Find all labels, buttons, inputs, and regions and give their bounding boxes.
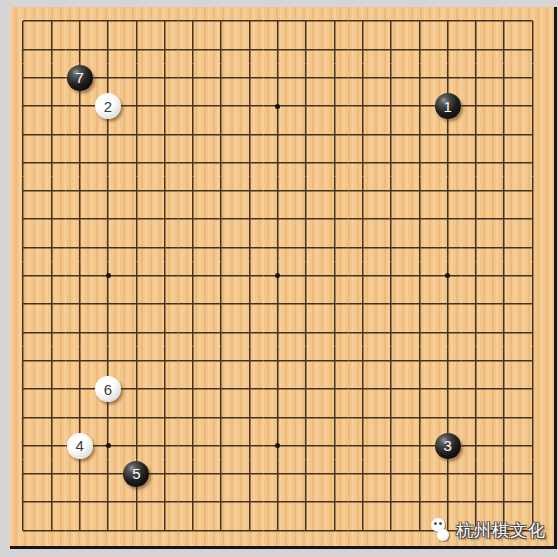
board-cell-11-9[interactable]: [292, 233, 320, 261]
board-cell-15-13[interactable]: [405, 347, 433, 375]
board-cell-9-8[interactable]: [235, 205, 263, 233]
board-cell-4-18[interactable]: [94, 488, 122, 516]
board-cell-17-8[interactable]: [462, 205, 490, 233]
board-cell-8-14[interactable]: [207, 375, 235, 403]
board-cell-11-4[interactable]: [292, 92, 320, 120]
board-cell-9-12[interactable]: [235, 318, 263, 346]
board-cell-5-13[interactable]: [122, 347, 150, 375]
board-cell-2-15[interactable]: [37, 403, 65, 431]
board-cell-7-8[interactable]: [179, 205, 207, 233]
board-cell-1-6[interactable]: [9, 148, 37, 176]
board-cell-13-9[interactable]: [349, 233, 377, 261]
board-cell-11-18[interactable]: [292, 488, 320, 516]
board-cell-7-19[interactable]: [179, 516, 207, 544]
board-cell-11-14[interactable]: [292, 375, 320, 403]
board-cell-6-18[interactable]: [150, 488, 178, 516]
board-cell-4-7[interactable]: [94, 177, 122, 205]
board-cell-6-14[interactable]: [150, 375, 178, 403]
board-cell-14-2[interactable]: [377, 35, 405, 63]
board-cell-3-4[interactable]: [66, 92, 94, 120]
board-cell-18-18[interactable]: [490, 488, 518, 516]
board-cell-2-3[interactable]: [37, 64, 65, 92]
board-cell-15-16[interactable]: [405, 431, 433, 459]
board-cell-5-15[interactable]: [122, 403, 150, 431]
board-cell-18-6[interactable]: [490, 148, 518, 176]
board-cell-16-18[interactable]: [433, 488, 461, 516]
board-cell-14-13[interactable]: [377, 347, 405, 375]
board-cell-18-15[interactable]: [490, 403, 518, 431]
board-cell-10-16[interactable]: [264, 431, 292, 459]
board-cell-17-14[interactable]: [462, 375, 490, 403]
board-cell-19-1[interactable]: [518, 7, 546, 35]
board-cell-12-9[interactable]: [320, 233, 348, 261]
board-cell-13-2[interactable]: [349, 35, 377, 63]
board-cell-4-13[interactable]: [94, 347, 122, 375]
board-cell-5-10[interactable]: [122, 262, 150, 290]
board-cell-8-4[interactable]: [207, 92, 235, 120]
board-cell-18-7[interactable]: [490, 177, 518, 205]
board-cell-11-15[interactable]: [292, 403, 320, 431]
board-cell-15-1[interactable]: [405, 7, 433, 35]
board-cell-12-14[interactable]: [320, 375, 348, 403]
board-cell-7-13[interactable]: [179, 347, 207, 375]
board-cell-4-16[interactable]: [94, 431, 122, 459]
board-cell-12-18[interactable]: [320, 488, 348, 516]
board-cell-2-9[interactable]: [37, 233, 65, 261]
board-cell-15-10[interactable]: [405, 262, 433, 290]
board-cell-15-8[interactable]: [405, 205, 433, 233]
board-cell-9-6[interactable]: [235, 148, 263, 176]
board-cell-4-3[interactable]: [94, 64, 122, 92]
board-cell-7-16[interactable]: [179, 431, 207, 459]
board-cell-6-9[interactable]: [150, 233, 178, 261]
board-cell-8-3[interactable]: [207, 64, 235, 92]
board-cell-1-3[interactable]: [9, 64, 37, 92]
board-cell-12-12[interactable]: [320, 318, 348, 346]
board-cell-12-2[interactable]: [320, 35, 348, 63]
board-cell-10-7[interactable]: [264, 177, 292, 205]
board-cell-2-11[interactable]: [37, 290, 65, 318]
board-cell-3-7[interactable]: [66, 177, 94, 205]
board-cell-15-7[interactable]: [405, 177, 433, 205]
board-cell-7-6[interactable]: [179, 148, 207, 176]
board-cell-2-18[interactable]: [37, 488, 65, 516]
board-cell-19-5[interactable]: [518, 120, 546, 148]
board-cell-6-8[interactable]: [150, 205, 178, 233]
board-cell-1-1[interactable]: [9, 7, 37, 35]
board-cell-10-2[interactable]: [264, 35, 292, 63]
board-cell-10-19[interactable]: [264, 516, 292, 544]
board-cell-6-6[interactable]: [150, 148, 178, 176]
board-cell-18-16[interactable]: [490, 431, 518, 459]
board-cell-2-1[interactable]: [37, 7, 65, 35]
board-cell-18-17[interactable]: [490, 460, 518, 488]
board-cell-4-12[interactable]: [94, 318, 122, 346]
board-cell-3-6[interactable]: [66, 148, 94, 176]
board-cell-16-8[interactable]: [433, 205, 461, 233]
board-cell-9-9[interactable]: [235, 233, 263, 261]
board-cell-13-4[interactable]: [349, 92, 377, 120]
board-cell-17-3[interactable]: [462, 64, 490, 92]
board-cell-11-8[interactable]: [292, 205, 320, 233]
board-cell-14-17[interactable]: [377, 460, 405, 488]
board-cell-7-18[interactable]: [179, 488, 207, 516]
board-cell-4-17[interactable]: [94, 460, 122, 488]
board-cell-18-8[interactable]: [490, 205, 518, 233]
board-cell-2-16[interactable]: [37, 431, 65, 459]
board-cell-13-14[interactable]: [349, 375, 377, 403]
board-cell-1-18[interactable]: [9, 488, 37, 516]
board-cell-11-17[interactable]: [292, 460, 320, 488]
board-cell-12-16[interactable]: [320, 431, 348, 459]
board-cell-9-4[interactable]: [235, 92, 263, 120]
board-cell-9-15[interactable]: [235, 403, 263, 431]
board-cell-14-19[interactable]: [377, 516, 405, 544]
board-cell-19-4[interactable]: [518, 92, 546, 120]
board-cell-8-1[interactable]: [207, 7, 235, 35]
board-cell-7-14[interactable]: [179, 375, 207, 403]
board-cell-6-12[interactable]: [150, 318, 178, 346]
board-cell-10-6[interactable]: [264, 148, 292, 176]
board-cell-8-18[interactable]: [207, 488, 235, 516]
board-cell-1-2[interactable]: [9, 35, 37, 63]
board-cell-16-9[interactable]: [433, 233, 461, 261]
board-cell-3-9[interactable]: [66, 233, 94, 261]
board-cell-6-3[interactable]: [150, 64, 178, 92]
board-cell-19-7[interactable]: [518, 177, 546, 205]
board-cell-1-15[interactable]: [9, 403, 37, 431]
board-cell-19-17[interactable]: [518, 460, 546, 488]
board-cell-13-15[interactable]: [349, 403, 377, 431]
board-cell-3-3[interactable]: 7: [66, 64, 94, 92]
board-cell-18-2[interactable]: [490, 35, 518, 63]
board-cell-19-10[interactable]: [518, 262, 546, 290]
board-cell-4-11[interactable]: [94, 290, 122, 318]
board-cell-18-13[interactable]: [490, 347, 518, 375]
board-cell-3-15[interactable]: [66, 403, 94, 431]
board-cell-8-2[interactable]: [207, 35, 235, 63]
board-cell-19-8[interactable]: [518, 205, 546, 233]
board-cell-8-16[interactable]: [207, 431, 235, 459]
board-cell-17-5[interactable]: [462, 120, 490, 148]
board-cell-5-11[interactable]: [122, 290, 150, 318]
board-cell-19-12[interactable]: [518, 318, 546, 346]
board-cell-4-1[interactable]: [94, 7, 122, 35]
board-cell-9-3[interactable]: [235, 64, 263, 92]
board-cell-6-4[interactable]: [150, 92, 178, 120]
board-cell-10-5[interactable]: [264, 120, 292, 148]
board-cell-2-6[interactable]: [37, 148, 65, 176]
board-cell-8-7[interactable]: [207, 177, 235, 205]
board-cell-16-3[interactable]: [433, 64, 461, 92]
board-cell-1-11[interactable]: [9, 290, 37, 318]
board-cell-16-5[interactable]: [433, 120, 461, 148]
board-cell-15-2[interactable]: [405, 35, 433, 63]
board-cell-1-5[interactable]: [9, 120, 37, 148]
board-cell-2-7[interactable]: [37, 177, 65, 205]
board-cell-5-16[interactable]: [122, 431, 150, 459]
board-cell-11-7[interactable]: [292, 177, 320, 205]
board-cell-18-9[interactable]: [490, 233, 518, 261]
board-cell-19-6[interactable]: [518, 148, 546, 176]
board-cell-10-11[interactable]: [264, 290, 292, 318]
board-cell-10-10[interactable]: [264, 262, 292, 290]
board-cell-8-9[interactable]: [207, 233, 235, 261]
board-cell-6-5[interactable]: [150, 120, 178, 148]
board-cell-5-18[interactable]: [122, 488, 150, 516]
board-cell-11-16[interactable]: [292, 431, 320, 459]
board-cell-17-2[interactable]: [462, 35, 490, 63]
board-cell-9-5[interactable]: [235, 120, 263, 148]
board-cell-18-11[interactable]: [490, 290, 518, 318]
board-cell-4-2[interactable]: [94, 35, 122, 63]
board-cell-5-17[interactable]: 5: [122, 460, 150, 488]
board-cell-7-4[interactable]: [179, 92, 207, 120]
board-cell-5-9[interactable]: [122, 233, 150, 261]
board-cell-8-6[interactable]: [207, 148, 235, 176]
board-cell-17-1[interactable]: [462, 7, 490, 35]
board-cell-17-12[interactable]: [462, 318, 490, 346]
board-cell-17-6[interactable]: [462, 148, 490, 176]
board-cell-5-2[interactable]: [122, 35, 150, 63]
board-cell-5-3[interactable]: [122, 64, 150, 92]
board-cell-3-14[interactable]: [66, 375, 94, 403]
board-cell-15-4[interactable]: [405, 92, 433, 120]
board-cell-11-6[interactable]: [292, 148, 320, 176]
board-cell-13-16[interactable]: [349, 431, 377, 459]
board-cell-19-15[interactable]: [518, 403, 546, 431]
board-cell-13-1[interactable]: [349, 7, 377, 35]
board-cell-7-15[interactable]: [179, 403, 207, 431]
board-cell-7-12[interactable]: [179, 318, 207, 346]
board-cell-2-10[interactable]: [37, 262, 65, 290]
board-cell-17-7[interactable]: [462, 177, 490, 205]
board-cell-2-8[interactable]: [37, 205, 65, 233]
board-cell-13-8[interactable]: [349, 205, 377, 233]
board-cell-15-3[interactable]: [405, 64, 433, 92]
board-cell-2-4[interactable]: [37, 92, 65, 120]
board-cell-15-17[interactable]: [405, 460, 433, 488]
board-cell-5-5[interactable]: [122, 120, 150, 148]
board-cell-3-1[interactable]: [66, 7, 94, 35]
board-cell-6-13[interactable]: [150, 347, 178, 375]
board-cell-15-6[interactable]: [405, 148, 433, 176]
board-cell-12-5[interactable]: [320, 120, 348, 148]
board-cell-14-15[interactable]: [377, 403, 405, 431]
board-cell-12-4[interactable]: [320, 92, 348, 120]
board-cell-13-7[interactable]: [349, 177, 377, 205]
board-cell-6-11[interactable]: [150, 290, 178, 318]
board-cell-2-12[interactable]: [37, 318, 65, 346]
board-cell-8-12[interactable]: [207, 318, 235, 346]
board-cell-8-10[interactable]: [207, 262, 235, 290]
board-cell-15-11[interactable]: [405, 290, 433, 318]
board-cell-9-7[interactable]: [235, 177, 263, 205]
board-cell-16-15[interactable]: [433, 403, 461, 431]
board-cell-14-7[interactable]: [377, 177, 405, 205]
board-cell-17-15[interactable]: [462, 403, 490, 431]
board-cell-8-8[interactable]: [207, 205, 235, 233]
board-cell-15-15[interactable]: [405, 403, 433, 431]
board-cell-17-10[interactable]: [462, 262, 490, 290]
board-cell-2-14[interactable]: [37, 375, 65, 403]
board-cell-19-3[interactable]: [518, 64, 546, 92]
board-cell-9-14[interactable]: [235, 375, 263, 403]
board-cell-14-4[interactable]: [377, 92, 405, 120]
board-cell-2-19[interactable]: [37, 516, 65, 544]
board-cell-3-12[interactable]: [66, 318, 94, 346]
board-cell-14-10[interactable]: [377, 262, 405, 290]
board-cell-10-12[interactable]: [264, 318, 292, 346]
board-cell-14-3[interactable]: [377, 64, 405, 92]
board-cell-6-16[interactable]: [150, 431, 178, 459]
board-cell-14-1[interactable]: [377, 7, 405, 35]
board-cell-10-18[interactable]: [264, 488, 292, 516]
board-cell-13-12[interactable]: [349, 318, 377, 346]
board-cell-14-9[interactable]: [377, 233, 405, 261]
board-cell-9-19[interactable]: [235, 516, 263, 544]
board-cell-16-11[interactable]: [433, 290, 461, 318]
board-cell-12-1[interactable]: [320, 7, 348, 35]
board-cell-16-14[interactable]: [433, 375, 461, 403]
board-cell-7-17[interactable]: [179, 460, 207, 488]
board-cell-10-14[interactable]: [264, 375, 292, 403]
board-cell-19-13[interactable]: [518, 347, 546, 375]
board-cell-5-7[interactable]: [122, 177, 150, 205]
board-cell-1-10[interactable]: [9, 262, 37, 290]
board-cell-11-12[interactable]: [292, 318, 320, 346]
board-cell-9-17[interactable]: [235, 460, 263, 488]
board-cell-6-15[interactable]: [150, 403, 178, 431]
board-cell-1-9[interactable]: [9, 233, 37, 261]
board-cell-18-10[interactable]: [490, 262, 518, 290]
board-cell-5-14[interactable]: [122, 375, 150, 403]
board-cell-17-17[interactable]: [462, 460, 490, 488]
board-cell-2-17[interactable]: [37, 460, 65, 488]
board-cell-11-2[interactable]: [292, 35, 320, 63]
board-cell-5-12[interactable]: [122, 318, 150, 346]
board-cell-12-8[interactable]: [320, 205, 348, 233]
board-cell-12-17[interactable]: [320, 460, 348, 488]
board-cell-12-7[interactable]: [320, 177, 348, 205]
board-cell-9-18[interactable]: [235, 488, 263, 516]
board-cell-19-18[interactable]: [518, 488, 546, 516]
board-cell-3-18[interactable]: [66, 488, 94, 516]
board-cell-17-16[interactable]: [462, 431, 490, 459]
board-cell-4-15[interactable]: [94, 403, 122, 431]
board-cell-7-2[interactable]: [179, 35, 207, 63]
board-cell-6-7[interactable]: [150, 177, 178, 205]
board-cell-11-1[interactable]: [292, 7, 320, 35]
board-cell-7-1[interactable]: [179, 7, 207, 35]
board-cell-13-3[interactable]: [349, 64, 377, 92]
board-cell-3-10[interactable]: [66, 262, 94, 290]
board-cell-4-6[interactable]: [94, 148, 122, 176]
board-cell-7-11[interactable]: [179, 290, 207, 318]
board-cell-10-17[interactable]: [264, 460, 292, 488]
board-cell-7-5[interactable]: [179, 120, 207, 148]
board-cell-1-8[interactable]: [9, 205, 37, 233]
board-cell-11-19[interactable]: [292, 516, 320, 544]
board-cell-6-1[interactable]: [150, 7, 178, 35]
board-cell-5-1[interactable]: [122, 7, 150, 35]
board-cell-13-17[interactable]: [349, 460, 377, 488]
board-cell-5-8[interactable]: [122, 205, 150, 233]
board-cell-18-3[interactable]: [490, 64, 518, 92]
board-cell-16-16[interactable]: 3: [433, 431, 461, 459]
board-cell-17-4[interactable]: [462, 92, 490, 120]
board-cell-15-5[interactable]: [405, 120, 433, 148]
board-cell-3-5[interactable]: [66, 120, 94, 148]
board-cell-13-11[interactable]: [349, 290, 377, 318]
board-cell-16-7[interactable]: [433, 177, 461, 205]
board-cell-18-5[interactable]: [490, 120, 518, 148]
board-cell-12-10[interactable]: [320, 262, 348, 290]
board-cell-9-10[interactable]: [235, 262, 263, 290]
board-cell-8-5[interactable]: [207, 120, 235, 148]
board-cell-14-12[interactable]: [377, 318, 405, 346]
board-cell-7-10[interactable]: [179, 262, 207, 290]
board-cell-5-19[interactable]: [122, 516, 150, 544]
board-cell-9-13[interactable]: [235, 347, 263, 375]
board-cell-3-16[interactable]: 4: [66, 431, 94, 459]
board-cell-9-16[interactable]: [235, 431, 263, 459]
board-cell-14-18[interactable]: [377, 488, 405, 516]
board-cell-16-6[interactable]: [433, 148, 461, 176]
board-cell-17-18[interactable]: [462, 488, 490, 516]
board-cell-7-3[interactable]: [179, 64, 207, 92]
board-cell-8-17[interactable]: [207, 460, 235, 488]
board-cell-9-2[interactable]: [235, 35, 263, 63]
board-cell-6-2[interactable]: [150, 35, 178, 63]
board-cell-14-16[interactable]: [377, 431, 405, 459]
board-cell-12-3[interactable]: [320, 64, 348, 92]
board-cell-2-13[interactable]: [37, 347, 65, 375]
board-cell-11-5[interactable]: [292, 120, 320, 148]
board-cell-12-15[interactable]: [320, 403, 348, 431]
board-cell-8-13[interactable]: [207, 347, 235, 375]
board-cell-14-11[interactable]: [377, 290, 405, 318]
board-cell-18-4[interactable]: [490, 92, 518, 120]
board-cell-15-19[interactable]: [405, 516, 433, 544]
board-cell-11-3[interactable]: [292, 64, 320, 92]
board-cell-12-11[interactable]: [320, 290, 348, 318]
board-cell-16-2[interactable]: [433, 35, 461, 63]
board-cell-11-13[interactable]: [292, 347, 320, 375]
board-cell-13-10[interactable]: [349, 262, 377, 290]
board-cell-13-5[interactable]: [349, 120, 377, 148]
board-cell-16-12[interactable]: [433, 318, 461, 346]
board-cell-15-12[interactable]: [405, 318, 433, 346]
board-cell-15-18[interactable]: [405, 488, 433, 516]
board-cell-8-11[interactable]: [207, 290, 235, 318]
board-cell-14-6[interactable]: [377, 148, 405, 176]
board-cell-17-9[interactable]: [462, 233, 490, 261]
board-cell-9-1[interactable]: [235, 7, 263, 35]
board-cell-15-14[interactable]: [405, 375, 433, 403]
board-cell-4-14[interactable]: 6: [94, 375, 122, 403]
board-cell-6-10[interactable]: [150, 262, 178, 290]
board-cell-19-14[interactable]: [518, 375, 546, 403]
board-cell-2-2[interactable]: [37, 35, 65, 63]
board-cell-1-13[interactable]: [9, 347, 37, 375]
board-cell-10-9[interactable]: [264, 233, 292, 261]
board-cell-9-11[interactable]: [235, 290, 263, 318]
board-cell-3-8[interactable]: [66, 205, 94, 233]
board-cell-17-11[interactable]: [462, 290, 490, 318]
board-cell-4-5[interactable]: [94, 120, 122, 148]
board-cell-11-10[interactable]: [292, 262, 320, 290]
